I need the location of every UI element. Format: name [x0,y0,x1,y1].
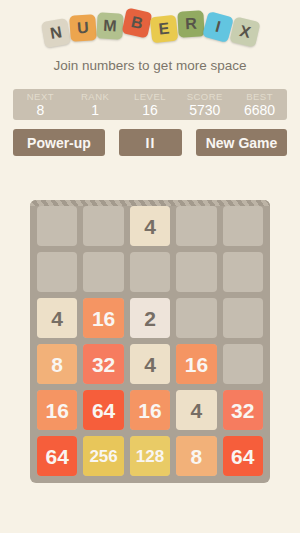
tile-256: 256 [83,436,123,476]
button-row: Power-up II New Game [13,129,287,156]
logo-tile-i: I [202,11,234,43]
board-cell-r6c3: 128 [130,436,170,476]
stat-next-value: 8 [13,103,68,117]
game-board[interactable]: 4416283241616641643264256128864 [30,200,270,483]
board-cell-r2c1 [37,252,77,292]
board-cell-r5c3: 16 [130,390,170,430]
logo-tile-u: U [69,14,97,42]
app-screen: NUMBERIX Join numbers to get more space … [0,0,300,533]
board-cell-r4c2: 32 [83,344,123,384]
tile-16: 16 [83,298,123,338]
board-cell-r3c4 [176,298,216,338]
board-cell-r4c5 [223,344,263,384]
tile-16: 16 [37,390,77,430]
board-cell-r6c2: 256 [83,436,123,476]
logo: NUMBERIX [0,12,300,48]
board-cell-r5c5: 32 [223,390,263,430]
board-cell-r3c1: 4 [37,298,77,338]
tile-8: 8 [176,436,216,476]
board-cell-r6c5: 64 [223,436,263,476]
stat-level-value: 16 [123,103,178,117]
stat-next: NEXT 8 [13,92,68,118]
board-cell-r1c1 [37,206,77,246]
board-cell-r5c4: 4 [176,390,216,430]
stat-best: BEST 6680 [232,92,287,118]
board-cell-r2c2 [83,252,123,292]
board-cell-r6c1: 64 [37,436,77,476]
logo-tile-n: N [40,18,70,48]
stat-rank-label: RANK [68,92,123,102]
board-cell-r5c2: 64 [83,390,123,430]
tile-32: 32 [83,344,123,384]
board-cell-r1c5 [223,206,263,246]
board-cell-r1c3: 4 [130,206,170,246]
board-cell-r4c1: 8 [37,344,77,384]
board-cell-r2c5 [223,252,263,292]
tile-4: 4 [130,206,170,246]
stats-bar: NEXT 8 RANK 1 LEVEL 16 SCORE 5730 BEST 6… [13,89,287,120]
tile-16: 16 [130,390,170,430]
board-cell-r4c4: 16 [176,344,216,384]
stat-level-label: LEVEL [123,92,178,102]
stat-next-label: NEXT [13,92,68,102]
logo-tile-b: B [121,8,152,39]
tile-4: 4 [37,298,77,338]
power-up-button[interactable]: Power-up [13,129,105,156]
tile-2: 2 [130,298,170,338]
board-grid[interactable]: 4416283241616641643264256128864 [30,206,270,483]
tile-128: 128 [130,436,170,476]
board-cell-r1c2 [83,206,123,246]
stat-best-label: BEST [232,92,287,102]
board-cell-r3c2: 16 [83,298,123,338]
logo-tile-x: X [229,16,260,47]
board-cell-r2c4 [176,252,216,292]
tile-32: 32 [223,390,263,430]
tagline: Join numbers to get more space [0,58,300,75]
tile-16: 16 [176,344,216,384]
board-cell-r4c3: 4 [130,344,170,384]
board-cell-r2c3 [130,252,170,292]
stat-score: SCORE 5730 [177,92,232,118]
logo-tile-r: R [177,10,204,37]
board-cell-r5c1: 16 [37,390,77,430]
board-cell-r3c3: 2 [130,298,170,338]
board-cell-r1c4 [176,206,216,246]
stat-score-label: SCORE [177,92,232,102]
pause-button[interactable]: II [119,129,182,156]
board-cell-r3c5 [223,298,263,338]
tile-64: 64 [37,436,77,476]
tile-8: 8 [37,344,77,384]
stat-score-value: 5730 [177,103,232,117]
stat-rank-value: 1 [68,103,123,117]
tile-64: 64 [83,390,123,430]
new-game-button[interactable]: New Game [196,129,287,156]
stat-rank: RANK 1 [68,92,123,118]
board-cell-r6c4: 8 [176,436,216,476]
tile-4: 4 [130,344,170,384]
stat-best-value: 6680 [232,103,287,117]
tile-64: 64 [223,436,263,476]
logo-tile-m: M [96,12,123,39]
logo-tile-e: E [149,15,178,44]
stat-level: LEVEL 16 [123,92,178,118]
tile-4: 4 [176,390,216,430]
